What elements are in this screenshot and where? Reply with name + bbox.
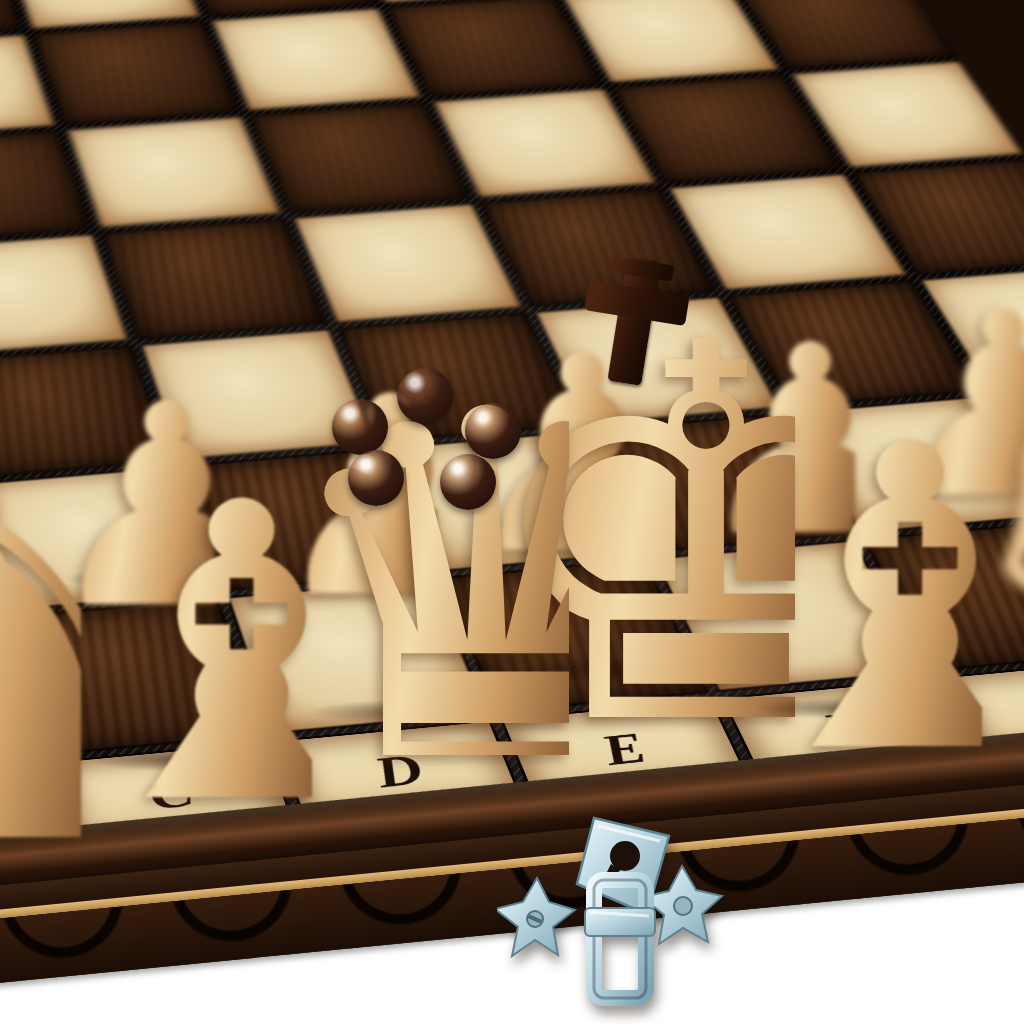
square-c4[interactable] <box>0 235 127 355</box>
square-f6[interactable] <box>389 0 600 96</box>
piece-white-knight-b1[interactable]: ♞ <box>0 386 81 792</box>
bishop-glyph: ♝ <box>722 391 982 811</box>
square-g6[interactable] <box>563 0 778 82</box>
queen-crown-bead <box>440 454 496 510</box>
queen-crown-bead <box>465 403 521 459</box>
square-f5[interactable] <box>435 89 655 197</box>
photo-stage: ABCDEFGH ♞♝♛♚♝♞♟♟♟♟♟ <box>0 0 1024 1024</box>
clasp-left-star-plate <box>497 878 575 956</box>
square-d6[interactable] <box>35 22 238 124</box>
knight-glyph: ♞ <box>0 397 81 917</box>
square-d5[interactable] <box>68 117 279 227</box>
piece-white-bishop-f1[interactable]: ♝ <box>722 382 982 710</box>
square-e6[interactable] <box>213 9 420 110</box>
screw-icon <box>674 897 692 915</box>
clasp-latch[interactable] <box>497 812 732 1017</box>
square-e5[interactable] <box>252 103 468 212</box>
queen-crown-bead <box>397 368 453 424</box>
